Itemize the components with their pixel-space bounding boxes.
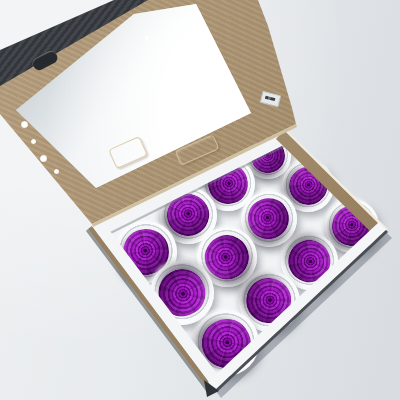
window-glint-4 bbox=[54, 169, 59, 174]
window-glint-2 bbox=[31, 139, 36, 144]
sticker-print bbox=[265, 96, 275, 101]
window-glint-3 bbox=[40, 155, 47, 162]
scene bbox=[0, 0, 400, 400]
window-glint-1 bbox=[21, 121, 28, 128]
window-glints-layer bbox=[0, 0, 400, 400]
window-glint-5 bbox=[145, 36, 149, 40]
